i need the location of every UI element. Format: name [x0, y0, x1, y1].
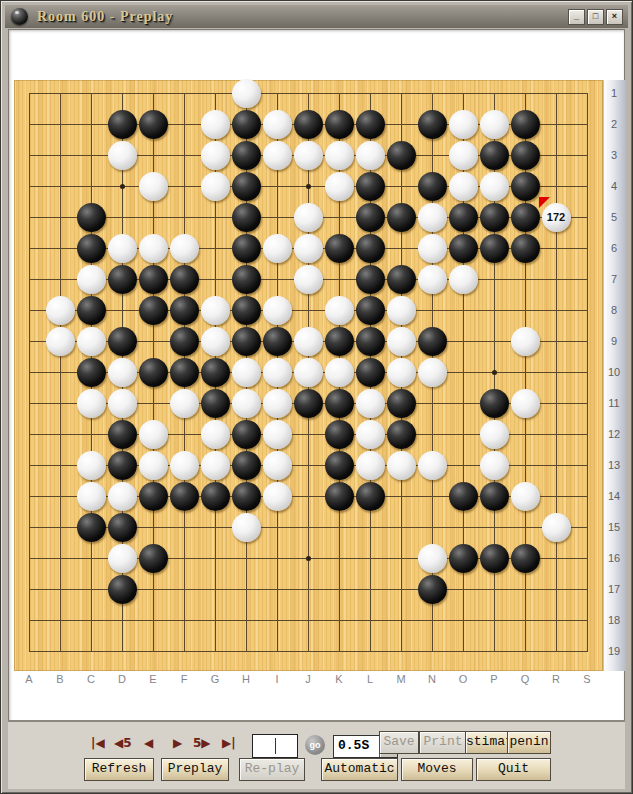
row-label-18: 18 [608, 614, 620, 626]
black-stone-E16[interactable] [139, 544, 168, 573]
black-stone-L9[interactable] [356, 327, 385, 356]
nav-back5-icon[interactable]: ◀5 [114, 736, 132, 750]
black-stone-Q2[interactable] [511, 110, 540, 139]
row-label-6: 6 [611, 242, 617, 254]
black-stone-H2[interactable] [232, 110, 261, 139]
white-stone-B8[interactable] [46, 296, 75, 325]
black-stone-G11[interactable] [201, 389, 230, 418]
black-stone-D2[interactable] [108, 110, 137, 139]
white-stone-G3[interactable] [201, 141, 230, 170]
column-label-D: D [118, 673, 126, 685]
black-stone-O14[interactable] [449, 482, 478, 511]
star-point [306, 556, 311, 561]
white-stone-O2[interactable] [449, 110, 478, 139]
column-label-A: A [25, 673, 32, 685]
black-stone-L4[interactable] [356, 172, 385, 201]
black-stone-C5[interactable] [77, 203, 106, 232]
white-stone-O3[interactable] [449, 141, 478, 170]
black-stone-J11[interactable] [294, 389, 323, 418]
white-stone-D3[interactable] [108, 141, 137, 170]
white-stone-P4[interactable] [480, 172, 509, 201]
black-stone-D9[interactable] [108, 327, 137, 356]
black-stone-E7[interactable] [139, 265, 168, 294]
column-label-C: C [87, 673, 95, 685]
black-stone-Q6[interactable] [511, 234, 540, 263]
black-stone-H7[interactable] [232, 265, 261, 294]
white-stone-G8[interactable] [201, 296, 230, 325]
column-label-P: P [490, 673, 497, 685]
black-stone-K14[interactable] [325, 482, 354, 511]
black-stone-C6[interactable] [77, 234, 106, 263]
white-stone-I6[interactable] [263, 234, 292, 263]
white-stone-I10[interactable] [263, 358, 292, 387]
black-stone-E8[interactable] [139, 296, 168, 325]
black-stone-F10[interactable] [170, 358, 199, 387]
black-stone-D13[interactable] [108, 451, 137, 480]
white-stone-E6[interactable] [139, 234, 168, 263]
black-stone-Q3[interactable] [511, 141, 540, 170]
black-stone-G10[interactable] [201, 358, 230, 387]
column-label-Q: Q [521, 673, 530, 685]
row-label-14: 14 [608, 490, 620, 502]
black-stone-H12[interactable] [232, 420, 261, 449]
white-stone-H15[interactable] [232, 513, 261, 542]
white-stone-E13[interactable] [139, 451, 168, 480]
white-stone-P2[interactable] [480, 110, 509, 139]
black-stone-H5[interactable] [232, 203, 261, 232]
white-stone-C7[interactable] [77, 265, 106, 294]
row-label-17: 17 [608, 583, 620, 595]
black-stone-M5[interactable] [387, 203, 416, 232]
white-stone-M8[interactable] [387, 296, 416, 325]
nav-first-icon[interactable]: |◀ [91, 736, 105, 750]
black-stone-P16[interactable] [480, 544, 509, 573]
black-stone-J2[interactable] [294, 110, 323, 139]
black-stone-K11[interactable] [325, 389, 354, 418]
title-bar: Room 600 - Preplay _ □ × [5, 5, 628, 28]
column-label-I: I [275, 673, 278, 685]
white-stone-G4[interactable] [201, 172, 230, 201]
black-stone-K2[interactable] [325, 110, 354, 139]
row-label-2: 2 [611, 118, 617, 130]
white-stone-R5[interactable]: 172 [542, 203, 571, 232]
white-stone-E12[interactable] [139, 420, 168, 449]
white-stone-K10[interactable] [325, 358, 354, 387]
black-stone-L5[interactable] [356, 203, 385, 232]
minimize-button[interactable]: _ [568, 9, 585, 25]
white-stone-G2[interactable] [201, 110, 230, 139]
white-stone-C9[interactable] [77, 327, 106, 356]
column-label-B: B [56, 673, 63, 685]
black-stone-L14[interactable] [356, 482, 385, 511]
black-stone-O6[interactable] [449, 234, 478, 263]
black-stone-F8[interactable] [170, 296, 199, 325]
star-point [120, 184, 125, 189]
column-label-O: O [459, 673, 468, 685]
white-stone-K3[interactable] [325, 141, 354, 170]
white-stone-Q9[interactable] [511, 327, 540, 356]
white-stone-K8[interactable] [325, 296, 354, 325]
last-move-number: 172 [542, 203, 571, 232]
black-stone-F14[interactable] [170, 482, 199, 511]
black-stone-P6[interactable] [480, 234, 509, 263]
opening-button[interactable]: penin [507, 731, 551, 754]
black-stone-F9[interactable] [170, 327, 199, 356]
white-stone-N10[interactable] [418, 358, 447, 387]
black-stone-O5[interactable] [449, 203, 478, 232]
white-stone-B9[interactable] [46, 327, 75, 356]
black-stone-N4[interactable] [418, 172, 447, 201]
white-stone-J6[interactable] [294, 234, 323, 263]
white-stone-L3[interactable] [356, 141, 385, 170]
column-label-E: E [149, 673, 156, 685]
black-stone-Q5[interactable] [511, 203, 540, 232]
white-stone-I8[interactable] [263, 296, 292, 325]
black-stone-M7[interactable] [387, 265, 416, 294]
row-label-16: 16 [608, 552, 620, 564]
row-label-15: 15 [608, 521, 620, 533]
white-stone-H11[interactable] [232, 389, 261, 418]
column-label-H: H [242, 673, 250, 685]
black-stone-H8[interactable] [232, 296, 261, 325]
white-stone-J3[interactable] [294, 141, 323, 170]
black-stone-I9[interactable] [263, 327, 292, 356]
white-stone-D14[interactable] [108, 482, 137, 511]
row-label-13: 13 [608, 459, 620, 471]
nav-forward-icon[interactable]: ▶ [173, 736, 182, 750]
white-stone-J10[interactable] [294, 358, 323, 387]
white-stone-F13[interactable] [170, 451, 199, 480]
white-stone-H1[interactable] [232, 79, 261, 108]
white-stone-I13[interactable] [263, 451, 292, 480]
white-stone-D10[interactable] [108, 358, 137, 387]
row-coordinates: 12345678910111213141516171819 [603, 80, 626, 671]
white-stone-C13[interactable] [77, 451, 106, 480]
black-stone-L2[interactable] [356, 110, 385, 139]
replay-button[interactable]: Re-play [239, 758, 305, 781]
black-stone-E2[interactable] [139, 110, 168, 139]
window-title: Room 600 - Preplay [37, 9, 173, 25]
white-stone-I2[interactable] [263, 110, 292, 139]
column-label-F: F [181, 673, 188, 685]
white-stone-C11[interactable] [77, 389, 106, 418]
white-stone-N6[interactable] [418, 234, 447, 263]
black-stone-Q16[interactable] [511, 544, 540, 573]
white-stone-I11[interactable] [263, 389, 292, 418]
nav-forward5-icon[interactable]: 5▶ [193, 736, 211, 750]
star-point [492, 370, 497, 375]
white-stone-M9[interactable] [387, 327, 416, 356]
black-stone-K13[interactable] [325, 451, 354, 480]
row-label-11: 11 [608, 397, 619, 409]
black-stone-H3[interactable] [232, 141, 261, 170]
row-label-19: 19 [608, 645, 620, 657]
white-stone-K4[interactable] [325, 172, 354, 201]
white-stone-H10[interactable] [232, 358, 261, 387]
white-stone-R15[interactable] [542, 513, 571, 542]
delay-value: 0.5S [334, 736, 379, 757]
row-label-8: 8 [611, 304, 617, 316]
nav-back-icon[interactable]: ◀ [144, 736, 153, 750]
black-stone-K6[interactable] [325, 234, 354, 263]
estimate-button[interactable]: stimat [465, 731, 509, 754]
print-button[interactable]: Print [419, 731, 467, 754]
black-stone-D15[interactable] [108, 513, 137, 542]
black-stone-L10[interactable] [356, 358, 385, 387]
white-stone-Q11[interactable] [511, 389, 540, 418]
black-stone-C15[interactable] [77, 513, 106, 542]
column-label-S: S [583, 673, 590, 685]
white-stone-J9[interactable] [294, 327, 323, 356]
black-stone-N2[interactable] [418, 110, 447, 139]
black-stone-N9[interactable] [418, 327, 447, 356]
black-stone-P3[interactable] [480, 141, 509, 170]
black-stone-L6[interactable] [356, 234, 385, 263]
white-stone-Q14[interactable] [511, 482, 540, 511]
white-stone-M13[interactable] [387, 451, 416, 480]
maximize-button[interactable]: □ [587, 9, 604, 25]
preplay-button[interactable]: Preplay [161, 758, 229, 781]
white-stone-P13[interactable] [480, 451, 509, 480]
row-label-10: 10 [608, 366, 620, 378]
black-stone-L8[interactable] [356, 296, 385, 325]
row-label-1: 1 [611, 87, 617, 99]
white-stone-D6[interactable] [108, 234, 137, 263]
row-label-12: 12 [608, 428, 620, 440]
white-stone-I12[interactable] [263, 420, 292, 449]
row-label-9: 9 [611, 335, 617, 347]
client-area: 172 12345678910111213141516171819 ABCDEF… [8, 29, 625, 787]
black-stone-E14[interactable] [139, 482, 168, 511]
black-stone-O16[interactable] [449, 544, 478, 573]
white-stone-O7[interactable] [449, 265, 478, 294]
row-label-3: 3 [611, 149, 617, 161]
white-stone-N13[interactable] [418, 451, 447, 480]
column-label-R: R [552, 673, 560, 685]
black-stone-M3[interactable] [387, 141, 416, 170]
black-stone-G14[interactable] [201, 482, 230, 511]
row-label-5: 5 [611, 211, 617, 223]
black-stone-E10[interactable] [139, 358, 168, 387]
black-stone-C8[interactable] [77, 296, 106, 325]
white-stone-D16[interactable] [108, 544, 137, 573]
white-stone-J7[interactable] [294, 265, 323, 294]
white-stone-F11[interactable] [170, 389, 199, 418]
nav-last-icon[interactable]: ▶| [222, 736, 236, 750]
white-stone-L11[interactable] [356, 389, 385, 418]
move-number-input[interactable] [252, 734, 298, 758]
close-button[interactable]: × [606, 9, 623, 25]
column-label-L: L [367, 673, 373, 685]
save-button[interactable]: Save [379, 731, 419, 754]
go-button[interactable]: go [305, 735, 325, 755]
white-stone-G13[interactable] [201, 451, 230, 480]
toolbar: |◀ ◀5 ◀ ▶ 5▶ ▶| go 0.5S ▼ Save Print sti… [8, 722, 625, 789]
black-stone-D17[interactable] [108, 575, 137, 604]
black-stone-Q4[interactable] [511, 172, 540, 201]
black-stone-H14[interactable] [232, 482, 261, 511]
black-stone-D7[interactable] [108, 265, 137, 294]
column-label-M: M [396, 673, 405, 685]
black-stone-H9[interactable] [232, 327, 261, 356]
black-stone-P14[interactable] [480, 482, 509, 511]
white-stone-F6[interactable] [170, 234, 199, 263]
white-stone-J5[interactable] [294, 203, 323, 232]
app-window: Room 600 - Preplay _ □ × 172 12345678910… [0, 0, 633, 794]
white-stone-C14[interactable] [77, 482, 106, 511]
black-stone-H13[interactable] [232, 451, 261, 480]
black-stone-N17[interactable] [418, 575, 447, 604]
white-stone-D11[interactable] [108, 389, 137, 418]
white-stone-G9[interactable] [201, 327, 230, 356]
black-stone-K9[interactable] [325, 327, 354, 356]
quit-button[interactable]: Quit [476, 758, 551, 781]
row-label-7: 7 [611, 273, 617, 285]
white-stone-L12[interactable] [356, 420, 385, 449]
row-label-4: 4 [611, 180, 617, 192]
moves-button[interactable]: Moves [401, 758, 473, 781]
refresh-button[interactable]: Refresh [84, 758, 154, 781]
black-stone-F7[interactable] [170, 265, 199, 294]
column-label-G: G [211, 673, 220, 685]
white-stone-G12[interactable] [201, 420, 230, 449]
white-stone-N7[interactable] [418, 265, 447, 294]
white-stone-I3[interactable] [263, 141, 292, 170]
white-stone-N5[interactable] [418, 203, 447, 232]
black-stone-D12[interactable] [108, 420, 137, 449]
column-label-K: K [335, 673, 342, 685]
star-point [306, 184, 311, 189]
white-stone-I14[interactable] [263, 482, 292, 511]
white-stone-O4[interactable] [449, 172, 478, 201]
white-stone-L13[interactable] [356, 451, 385, 480]
black-stone-M12[interactable] [387, 420, 416, 449]
automatic-button[interactable]: Automatic [321, 758, 398, 781]
black-stone-H4[interactable] [232, 172, 261, 201]
white-stone-N16[interactable] [418, 544, 447, 573]
column-label-N: N [428, 673, 436, 685]
black-stone-C10[interactable] [77, 358, 106, 387]
go-board[interactable]: 172 [14, 80, 603, 671]
black-stone-P5[interactable] [480, 203, 509, 232]
white-stone-P12[interactable] [480, 420, 509, 449]
app-logo-icon [11, 8, 28, 25]
white-stone-M10[interactable] [387, 358, 416, 387]
column-label-J: J [305, 673, 311, 685]
black-stone-P11[interactable] [480, 389, 509, 418]
white-stone-E4[interactable] [139, 172, 168, 201]
black-stone-M11[interactable] [387, 389, 416, 418]
black-stone-L7[interactable] [356, 265, 385, 294]
black-stone-H6[interactable] [232, 234, 261, 263]
black-stone-K12[interactable] [325, 420, 354, 449]
